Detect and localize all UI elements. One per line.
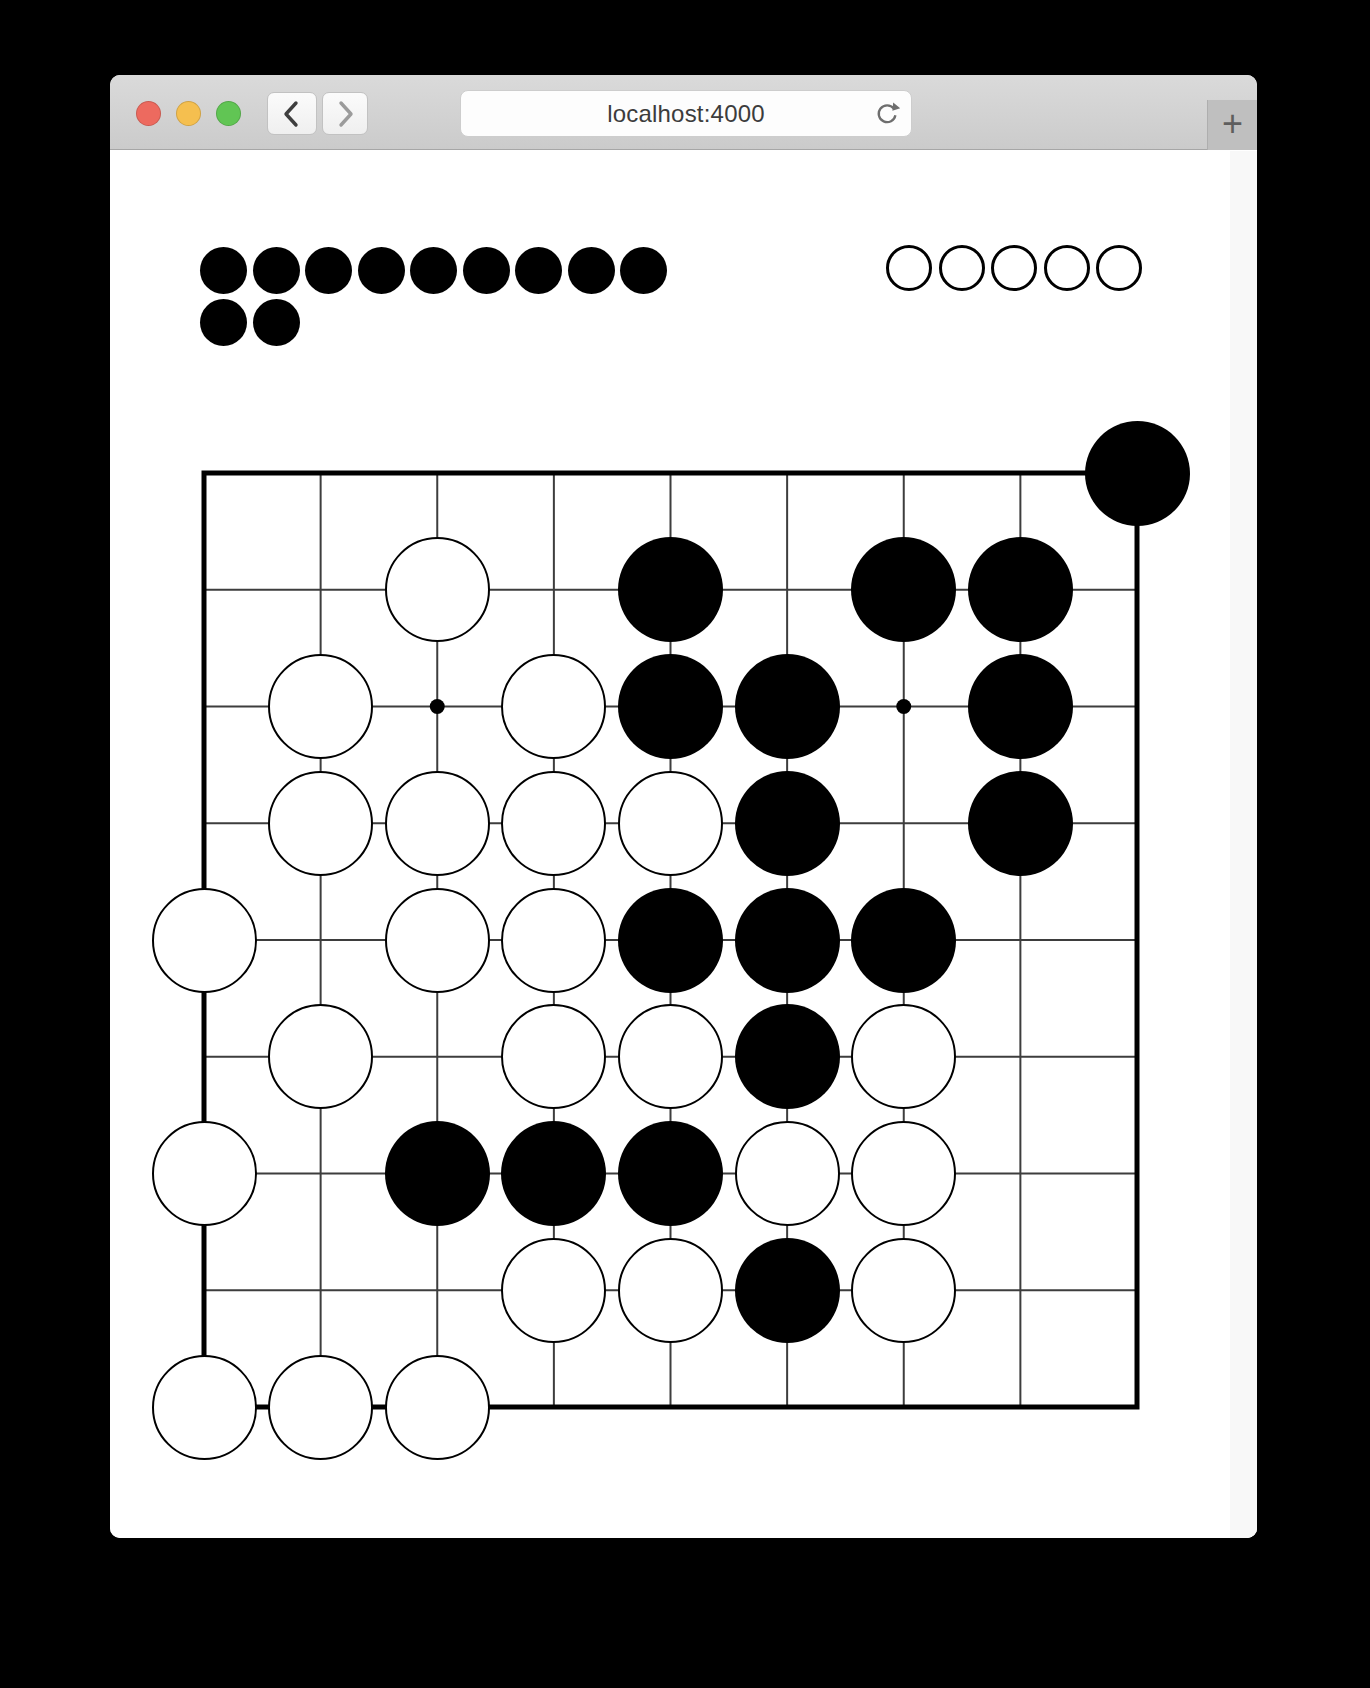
board-cell[interactable]	[729, 1115, 846, 1232]
board-cell[interactable]	[146, 1232, 263, 1349]
board-cell[interactable]	[729, 415, 846, 532]
board-cell[interactable]	[496, 415, 613, 532]
board-cells	[146, 415, 1196, 1466]
board-cell[interactable]	[496, 531, 613, 648]
stone-black	[618, 888, 723, 993]
stone-black	[385, 1121, 490, 1226]
board-cell[interactable]	[729, 765, 846, 882]
stone-black	[618, 1121, 723, 1226]
stone-white	[385, 537, 490, 642]
board-cell[interactable]	[496, 1232, 613, 1349]
stone-white	[268, 654, 373, 759]
board-cell[interactable]	[1079, 1349, 1196, 1466]
stone-white	[851, 1121, 956, 1226]
board-cell[interactable]	[262, 882, 379, 999]
board-cell[interactable]	[845, 882, 962, 999]
board-cell[interactable]	[262, 1349, 379, 1466]
stone-white	[618, 771, 723, 876]
stone-black	[851, 537, 956, 642]
stone-black	[735, 1238, 840, 1343]
browser-toolbar: localhost:4000 +	[110, 75, 1257, 150]
board-cell[interactable]	[379, 648, 496, 765]
stone-white	[735, 1121, 840, 1226]
board-cell[interactable]	[612, 1232, 729, 1349]
board-cell[interactable]	[962, 1349, 1079, 1466]
board-cell[interactable]	[962, 998, 1079, 1115]
zoom-button[interactable]	[216, 101, 241, 126]
screen: localhost:4000 +	[0, 0, 1370, 1688]
stone-white	[268, 771, 373, 876]
stone-black	[735, 888, 840, 993]
board-cell[interactable]	[729, 531, 846, 648]
board-cell[interactable]	[262, 1232, 379, 1349]
board-cell[interactable]	[612, 1349, 729, 1466]
board-cell[interactable]	[612, 531, 729, 648]
board-cell[interactable]	[379, 765, 496, 882]
board-cell[interactable]	[262, 648, 379, 765]
board-cell[interactable]	[1079, 998, 1196, 1115]
board-cell[interactable]	[962, 882, 1079, 999]
address-bar[interactable]: localhost:4000	[460, 90, 912, 137]
page-content	[110, 151, 1257, 1538]
board-cell[interactable]	[845, 415, 962, 532]
forward-button[interactable]	[322, 92, 368, 135]
stone-white	[618, 1238, 723, 1343]
board-cell[interactable]	[1079, 1115, 1196, 1232]
board-cell[interactable]	[612, 1115, 729, 1232]
board-cell[interactable]	[146, 1115, 263, 1232]
board-cell[interactable]	[962, 531, 1079, 648]
board-cell[interactable]	[496, 1349, 613, 1466]
stone-white	[385, 888, 490, 993]
board-cell[interactable]	[379, 1115, 496, 1232]
stone-white	[268, 1355, 373, 1460]
board-cell[interactable]	[379, 882, 496, 999]
board-cell[interactable]	[612, 415, 729, 532]
board-cell[interactable]	[1079, 415, 1196, 532]
board-cell[interactable]	[262, 531, 379, 648]
stone-black	[968, 654, 1073, 759]
board-cell[interactable]	[962, 648, 1079, 765]
board-cell[interactable]	[729, 1349, 846, 1466]
board-cell[interactable]	[729, 882, 846, 999]
board-cell[interactable]	[845, 1349, 962, 1466]
board-cell[interactable]	[146, 1349, 263, 1466]
board-cell[interactable]	[845, 765, 962, 882]
refresh-icon[interactable]	[873, 100, 901, 128]
stone-white	[385, 771, 490, 876]
board-cell[interactable]	[496, 998, 613, 1115]
stone-white	[851, 1238, 956, 1343]
board-cell[interactable]	[612, 765, 729, 882]
stone-white	[501, 888, 606, 993]
stone-black	[618, 654, 723, 759]
chevron-left-icon	[279, 99, 305, 129]
board-cell[interactable]	[146, 998, 263, 1115]
plus-icon: +	[1222, 106, 1243, 142]
stone-white	[501, 1238, 606, 1343]
board-cell[interactable]	[845, 531, 962, 648]
stone-white	[851, 1004, 956, 1109]
board-cell[interactable]	[1079, 1232, 1196, 1349]
stone-white	[385, 1355, 490, 1460]
board-cell[interactable]	[962, 1232, 1079, 1349]
board-cell[interactable]	[262, 765, 379, 882]
board-cell[interactable]	[845, 998, 962, 1115]
board-cell[interactable]	[729, 648, 846, 765]
board-cell[interactable]	[379, 1349, 496, 1466]
new-tab-button[interactable]: +	[1207, 100, 1257, 150]
stone-white	[152, 888, 257, 993]
board-cell[interactable]	[845, 1232, 962, 1349]
board-cell[interactable]	[962, 765, 1079, 882]
back-button[interactable]	[267, 92, 317, 135]
stone-black	[851, 888, 956, 993]
stone-black	[501, 1121, 606, 1226]
stone-white	[501, 654, 606, 759]
board-cell[interactable]	[496, 765, 613, 882]
board-cell[interactable]	[496, 648, 613, 765]
board-cell[interactable]	[146, 765, 263, 882]
stone-white	[501, 1004, 606, 1109]
stone-white	[152, 1121, 257, 1226]
board-cell[interactable]	[379, 998, 496, 1115]
board-cell[interactable]	[146, 648, 263, 765]
board-cell[interactable]	[379, 531, 496, 648]
stone-black	[735, 1004, 840, 1109]
stone-white	[152, 1355, 257, 1460]
stone-black	[968, 537, 1073, 642]
board-cell[interactable]	[262, 415, 379, 532]
board-cell[interactable]	[729, 1232, 846, 1349]
board-cell[interactable]	[612, 998, 729, 1115]
board-cell[interactable]	[1079, 648, 1196, 765]
stone-black	[1085, 421, 1190, 526]
board-cell[interactable]	[1079, 531, 1196, 648]
board-cell[interactable]	[1079, 882, 1196, 999]
board-cell[interactable]	[496, 882, 613, 999]
board-cell[interactable]	[379, 1232, 496, 1349]
board-cell[interactable]	[962, 415, 1079, 532]
stone-black	[735, 771, 840, 876]
stone-black	[735, 654, 840, 759]
url-text: localhost:4000	[607, 100, 765, 128]
board-cell[interactable]	[146, 882, 263, 999]
go-board	[110, 151, 1257, 1538]
board-cell[interactable]	[845, 648, 962, 765]
board-cell[interactable]	[729, 998, 846, 1115]
stone-white	[618, 1004, 723, 1109]
stone-black	[968, 771, 1073, 876]
close-button[interactable]	[136, 101, 161, 126]
board-cell[interactable]	[146, 531, 263, 648]
minimize-button[interactable]	[176, 101, 201, 126]
board-cell[interactable]	[612, 648, 729, 765]
board-cell[interactable]	[612, 882, 729, 999]
browser-window: localhost:4000 +	[110, 75, 1257, 1538]
board-cell[interactable]	[379, 415, 496, 532]
stone-black	[618, 537, 723, 642]
board-cell[interactable]	[962, 1115, 1079, 1232]
board-cell[interactable]	[146, 415, 263, 532]
stone-white	[268, 1004, 373, 1109]
board-cell[interactable]	[262, 998, 379, 1115]
stone-white	[501, 771, 606, 876]
board-cell[interactable]	[845, 1115, 962, 1232]
board-cell[interactable]	[496, 1115, 613, 1232]
board-cell[interactable]	[262, 1115, 379, 1232]
board-cell[interactable]	[1079, 765, 1196, 882]
chevron-right-icon	[332, 99, 358, 129]
